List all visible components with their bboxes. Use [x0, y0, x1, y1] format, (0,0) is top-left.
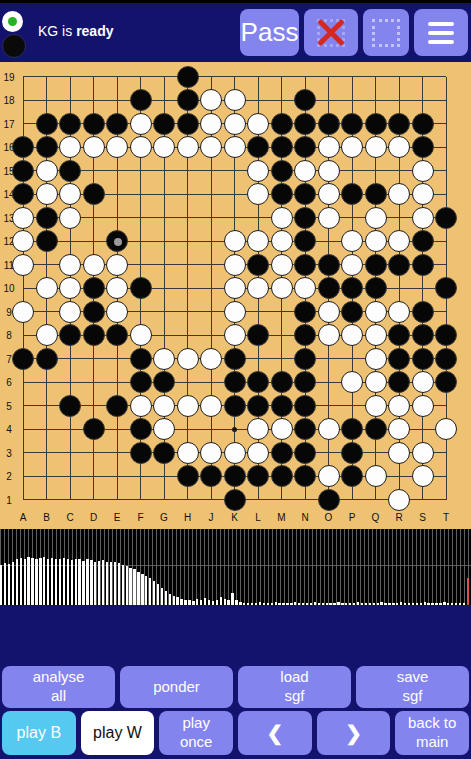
- white-stone: [153, 395, 175, 417]
- winrate-bar: [435, 603, 437, 605]
- black-stone: [153, 113, 175, 135]
- black-stone: [59, 395, 81, 417]
- winrate-bar: [463, 603, 465, 605]
- black-stone: [247, 254, 269, 276]
- white-stone: [365, 395, 387, 417]
- white-stone: [83, 254, 105, 276]
- white-stone: [200, 113, 222, 135]
- white-stone: [224, 113, 246, 135]
- winrate-bar: [78, 559, 80, 605]
- black-stone: [341, 301, 363, 323]
- winrate-bar: [216, 600, 218, 605]
- column-label: P: [349, 511, 356, 522]
- back-to-main-button[interactable]: back to main: [395, 711, 469, 755]
- winrate-bar: [0, 565, 2, 605]
- black-stone: [130, 89, 152, 111]
- white-stone: [36, 324, 58, 346]
- black-stone: [106, 324, 128, 346]
- play-black-button[interactable]: play B: [2, 711, 76, 755]
- black-stone: [106, 113, 128, 135]
- white-stone: [200, 395, 222, 417]
- white-stone: [247, 183, 269, 205]
- white-stone: [130, 136, 152, 158]
- black-stone: [388, 371, 410, 393]
- white-stone: [388, 301, 410, 323]
- white-stone: [130, 324, 152, 346]
- white-stone: [36, 183, 58, 205]
- black-stone: [36, 207, 58, 229]
- row-label: 10: [3, 283, 14, 294]
- white-stone: [247, 277, 269, 299]
- white-stone: [365, 207, 387, 229]
- white-stone: [12, 254, 34, 276]
- black-stone: [412, 136, 434, 158]
- red-x-icon: [304, 9, 358, 56]
- white-stone: [247, 442, 269, 464]
- white-stone: [318, 465, 340, 487]
- white-stone: [271, 230, 293, 252]
- row-label: 8: [6, 330, 12, 341]
- winrate-bar: [322, 603, 324, 605]
- row-label: 9: [6, 306, 12, 317]
- black-stone: [318, 277, 340, 299]
- white-stone: [224, 136, 246, 158]
- black-stone: [412, 230, 434, 252]
- row-label: 4: [6, 424, 12, 435]
- winrate-bar: [16, 559, 18, 605]
- white-stone: [106, 136, 128, 158]
- black-stone: [388, 113, 410, 135]
- white-stone: [341, 371, 363, 393]
- black-stone: [294, 371, 316, 393]
- black-stone: [59, 160, 81, 182]
- black-stone: [177, 89, 199, 111]
- star-point: [232, 427, 237, 432]
- black-stone: [294, 395, 316, 417]
- winrate-bar: [204, 598, 206, 605]
- winrate-bar: [239, 602, 241, 605]
- current-move-bar: [467, 578, 469, 605]
- black-stone: [365, 254, 387, 276]
- winrate-bar: [388, 603, 390, 605]
- select-region-button[interactable]: [363, 9, 409, 56]
- white-stone: [36, 160, 58, 182]
- winrate-bar: [318, 603, 320, 605]
- black-stone: [83, 324, 105, 346]
- black-stone: [12, 348, 34, 370]
- black-stone: [294, 348, 316, 370]
- winrate-bar: [157, 584, 159, 605]
- black-stone: [294, 442, 316, 464]
- column-label: D: [90, 511, 97, 522]
- winrate-bar: [176, 597, 178, 605]
- black-stone: [83, 277, 105, 299]
- black-stone: [341, 113, 363, 135]
- black-stone: [247, 136, 269, 158]
- white-stone: [59, 301, 81, 323]
- black-stone: [341, 418, 363, 440]
- white-stone: [153, 348, 175, 370]
- winrate-bar: [396, 603, 398, 605]
- white-stone: [59, 207, 81, 229]
- winrate-bar: [326, 603, 328, 605]
- winrate-bar: [416, 603, 418, 605]
- black-stone: [271, 160, 293, 182]
- winrate-bar: [267, 603, 269, 605]
- white-stone: [224, 89, 246, 111]
- winrate-bar: [384, 603, 386, 605]
- black-stone: [435, 277, 457, 299]
- winrate-bar: [173, 596, 175, 605]
- white-stone: [83, 136, 105, 158]
- winrate-bar: [224, 599, 226, 605]
- winrate-bar: [337, 602, 339, 605]
- white-stone: [59, 254, 81, 276]
- winrate-bar: [373, 603, 375, 605]
- white-stone: [12, 207, 34, 229]
- winrate-bar: [208, 600, 210, 605]
- winrate-bar: [31, 558, 33, 605]
- black-stone: [412, 113, 434, 135]
- winrate-bar: [153, 581, 155, 605]
- winrate-bar: [200, 600, 202, 605]
- white-stone: [388, 418, 410, 440]
- black-stone: [341, 442, 363, 464]
- winrate-bar: [227, 600, 229, 605]
- winrate-bar: [298, 603, 300, 605]
- winrate-bar: [329, 603, 331, 605]
- winrate-bar: [137, 572, 139, 605]
- winrate-bar: [263, 603, 265, 605]
- black-stone: [177, 113, 199, 135]
- winrate-bar: [212, 601, 214, 605]
- white-stone: [388, 230, 410, 252]
- black-stone: [271, 371, 293, 393]
- white-stone: [388, 489, 410, 511]
- winrate-bar: [341, 603, 343, 605]
- black-stone: [294, 254, 316, 276]
- black-stone: [435, 324, 457, 346]
- winrate-bar: [290, 603, 292, 605]
- winrate-bar: [184, 600, 186, 605]
- winrate-bar: [24, 559, 26, 605]
- load-sgf-button[interactable]: load sgf: [238, 666, 351, 708]
- last-move-marker: [114, 238, 122, 246]
- black-stone: [294, 89, 316, 111]
- winrate-bar: [439, 603, 441, 605]
- white-stone: [36, 277, 58, 299]
- black-stone: [294, 207, 316, 229]
- white-stone: [365, 371, 387, 393]
- column-label: L: [255, 511, 261, 522]
- black-stone: [271, 136, 293, 158]
- dotted-square-icon: [372, 19, 400, 47]
- winrate-bar: [35, 559, 37, 605]
- white-stone: [177, 136, 199, 158]
- black-stone: [59, 113, 81, 135]
- black-stone: [412, 254, 434, 276]
- black-stone: [271, 442, 293, 464]
- row-label: 19: [3, 71, 14, 82]
- row-label: 3: [6, 447, 12, 458]
- column-label: S: [419, 511, 426, 522]
- winrate-bar: [192, 601, 194, 605]
- white-stone: [247, 113, 269, 135]
- winrate-bar: [110, 562, 112, 605]
- black-stone: [294, 113, 316, 135]
- top-bar: KG is ready Pass: [0, 3, 471, 62]
- white-stone: [365, 136, 387, 158]
- white-stone: [318, 160, 340, 182]
- winrate-bar: [392, 603, 394, 605]
- winrate-bar: [443, 602, 445, 605]
- white-stone: [318, 418, 340, 440]
- winrate-bar: [278, 603, 280, 605]
- winrate-bar: [275, 602, 277, 605]
- winrate-bar: [333, 603, 335, 605]
- winrate-bar: [20, 558, 22, 605]
- black-stone: [365, 183, 387, 205]
- white-stone: [318, 207, 340, 229]
- column-label: M: [277, 511, 285, 522]
- white-stone: [412, 207, 434, 229]
- white-stone: [388, 442, 410, 464]
- column-label: K: [231, 511, 238, 522]
- play-once-button[interactable]: play once: [159, 711, 233, 755]
- black-stone: [435, 348, 457, 370]
- column-label: J: [209, 511, 214, 522]
- black-stone: [435, 371, 457, 393]
- winrate-bar: [314, 602, 316, 605]
- engine-status-icon: [2, 11, 23, 32]
- white-stone: [388, 395, 410, 417]
- black-stone: [12, 183, 34, 205]
- black-stone: [130, 442, 152, 464]
- row-label: 17: [3, 118, 14, 129]
- pass-button[interactable]: Pass: [240, 9, 299, 56]
- winrate-bar: [306, 603, 308, 605]
- winrate-bar: [243, 603, 245, 605]
- white-stone: [153, 136, 175, 158]
- white-stone: [59, 183, 81, 205]
- white-stone: [412, 442, 434, 464]
- analyse-all-button[interactable]: analyse all: [2, 666, 115, 708]
- white-stone: [224, 301, 246, 323]
- black-stone: [294, 301, 316, 323]
- go-board[interactable]: ABCDEFGHJKLMNOPQRST191817161514131211109…: [0, 62, 471, 529]
- white-stone: [365, 348, 387, 370]
- white-stone: [12, 230, 34, 252]
- white-stone: [59, 136, 81, 158]
- black-stone: [271, 183, 293, 205]
- white-stone: [271, 254, 293, 276]
- white-stone: [294, 277, 316, 299]
- status-text: KG is ready: [38, 23, 113, 39]
- column-label: T: [443, 511, 449, 522]
- row-label: 5: [6, 400, 12, 411]
- winrate-bar: [282, 603, 284, 605]
- winrate-bar: [447, 603, 449, 605]
- white-stone: [412, 395, 434, 417]
- winrate-bar: [412, 603, 414, 605]
- white-stone: [341, 254, 363, 276]
- winrate-bar: [235, 600, 237, 605]
- white-stone: [365, 465, 387, 487]
- white-stone: [435, 418, 457, 440]
- white-stone: [412, 160, 434, 182]
- black-stone: [271, 113, 293, 135]
- winrate-bar: [71, 560, 73, 605]
- white-stone: [341, 136, 363, 158]
- column-label: R: [395, 511, 402, 522]
- column-label: O: [325, 511, 333, 522]
- play-white-button[interactable]: play W: [81, 711, 155, 755]
- black-stone: [435, 207, 457, 229]
- black-stone: [318, 113, 340, 135]
- black-stone: [83, 183, 105, 205]
- winrate-bar: [451, 603, 453, 605]
- column-label: Q: [372, 511, 380, 522]
- black-stone: [294, 418, 316, 440]
- winrate-bar: [55, 559, 57, 605]
- winrate-bar: [427, 603, 429, 605]
- winrate-bar: [82, 561, 84, 605]
- winrate-bar: [361, 603, 363, 605]
- white-stone: [177, 442, 199, 464]
- white-stone: [341, 230, 363, 252]
- column-label: C: [66, 511, 73, 522]
- white-stone: [318, 301, 340, 323]
- black-stone: [224, 395, 246, 417]
- white-stone: [318, 183, 340, 205]
- app-screen: KG is ready Pass ABCDEFGHJKLMNOPQRST1918…: [0, 0, 471, 759]
- winrate-bar: [220, 597, 222, 605]
- black-stone: [388, 348, 410, 370]
- winrate-bar: [302, 603, 304, 605]
- status-green-dot-icon: [8, 17, 17, 26]
- white-stone: [59, 277, 81, 299]
- winrate-bar: [39, 558, 41, 605]
- black-stone: [106, 230, 128, 252]
- winrate-bar: [251, 603, 253, 605]
- white-stone: [412, 371, 434, 393]
- winrate-bar: [424, 602, 426, 605]
- winrate-bar: [294, 602, 296, 605]
- winrate-bar: [271, 603, 273, 605]
- column-label: B: [43, 511, 50, 522]
- next-move-button[interactable]: ❯: [317, 711, 391, 755]
- winrate-bar: [102, 560, 104, 605]
- delete-move-button[interactable]: [304, 9, 358, 56]
- winrate-bar: [180, 599, 182, 605]
- winrate-bar: [98, 561, 100, 605]
- white-stone: [200, 89, 222, 111]
- winrate-bar: [129, 568, 131, 605]
- white-stone: [106, 277, 128, 299]
- winrate-bar: [455, 603, 457, 605]
- white-stone: [224, 324, 246, 346]
- menu-button[interactable]: [414, 9, 468, 56]
- winrate-bar: [365, 603, 367, 605]
- winrate-bar: [149, 578, 151, 605]
- black-stone: [130, 348, 152, 370]
- hamburger-menu-icon: [428, 22, 454, 26]
- white-stone: [12, 301, 34, 323]
- black-stone: [36, 230, 58, 252]
- winrate-bar: [75, 559, 77, 605]
- winrate-bar: [118, 563, 120, 605]
- winrate-bar: [345, 603, 347, 605]
- ponder-button[interactable]: ponder: [120, 666, 233, 708]
- winrate-bar: [86, 559, 88, 605]
- winrate-bar: [51, 558, 53, 605]
- winrate-bar: [404, 603, 406, 605]
- winrate-bar: [4, 563, 6, 605]
- white-stone: [412, 183, 434, 205]
- white-stone: [271, 277, 293, 299]
- white-stone: [130, 395, 152, 417]
- winrate-bar: [349, 603, 351, 605]
- column-label: E: [114, 511, 121, 522]
- winrate-bar: [12, 562, 14, 605]
- black-stone: [294, 324, 316, 346]
- winrate-bar: [106, 562, 108, 605]
- column-label: G: [160, 511, 168, 522]
- black-stone: [130, 418, 152, 440]
- white-stone: [224, 277, 246, 299]
- black-stone: [365, 113, 387, 135]
- previous-move-button[interactable]: ❮: [238, 711, 312, 755]
- black-stone: [59, 324, 81, 346]
- winrate-bar: [43, 557, 45, 605]
- black-stone: [200, 465, 222, 487]
- white-stone: [106, 254, 128, 276]
- black-stone: [271, 395, 293, 417]
- black-stone: [83, 418, 105, 440]
- black-stone: [294, 183, 316, 205]
- white-stone: [247, 230, 269, 252]
- black-stone: [341, 465, 363, 487]
- black-stone: [365, 277, 387, 299]
- black-stone: [224, 348, 246, 370]
- black-stone: [318, 254, 340, 276]
- winrate-bar: [231, 593, 233, 605]
- black-stone: [12, 136, 34, 158]
- winrate-bar: [196, 599, 198, 605]
- black-stone: [247, 465, 269, 487]
- white-stone: [271, 418, 293, 440]
- winrate-bar: [114, 562, 116, 605]
- row-label: 18: [3, 95, 14, 106]
- white-stone: [153, 418, 175, 440]
- black-stone: [247, 371, 269, 393]
- winrate-bar: [59, 559, 61, 605]
- white-stone: [200, 136, 222, 158]
- white-stone: [200, 442, 222, 464]
- black-stone: [12, 160, 34, 182]
- black-stone-indicator-icon: [2, 34, 26, 58]
- winrate-bar: [47, 559, 49, 605]
- row-label: 7: [6, 353, 12, 364]
- winrate-bar: [90, 560, 92, 605]
- black-stone: [224, 465, 246, 487]
- winrate-bar: [353, 603, 355, 605]
- black-stone: [83, 113, 105, 135]
- black-stone: [365, 418, 387, 440]
- white-stone: [294, 160, 316, 182]
- save-sgf-button[interactable]: save sgf: [356, 666, 469, 708]
- winrate-graph[interactable]: [0, 529, 471, 605]
